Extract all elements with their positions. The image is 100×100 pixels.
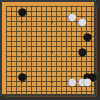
white-stone: ● [83,78,90,85]
hoshi-point [21,51,23,53]
hoshi-point [51,51,53,53]
hoshi-point [51,81,53,83]
go-board[interactable]: ●●●●●●●●●●● [0,0,96,96]
hoshi-point [21,21,23,23]
black-stone: ● [83,33,90,40]
hoshi-point [51,21,53,23]
black-stone: ● [18,8,25,15]
white-stone: ● [68,78,75,85]
black-stone: ● [78,48,85,55]
white-stone: ● [78,18,85,25]
black-stone: ● [18,73,25,80]
white-stone: ● [68,13,75,20]
